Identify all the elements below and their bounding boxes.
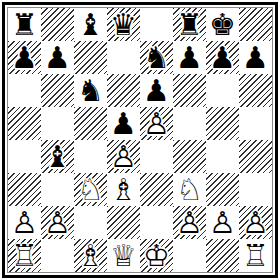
square-c2[interactable]: [74, 206, 107, 239]
black-pawn-icon: ♟: [107, 107, 140, 140]
white-pawn-d4: ♟♙: [107, 140, 140, 173]
white-pawn-icon: ♙: [8, 206, 41, 239]
white-bishop-c1: ♝♗: [74, 239, 107, 272]
chess-board: ♜♜♝♝♛♛♜♜♚♚♟♟♟♟♞♞♟♟♟♟♟♟♞♞♟♟♟♟♟♙♝♝♟♙♞♘♝♗♞♘…: [7, 7, 273, 273]
square-b2[interactable]: ♟♙: [41, 206, 74, 239]
square-a6[interactable]: [8, 74, 41, 107]
black-bishop-c8: ♝♝: [74, 8, 107, 41]
square-e5[interactable]: ♟♙: [140, 107, 173, 140]
black-pawn-b7: ♟♟: [41, 41, 74, 74]
square-d5[interactable]: ♟♟: [107, 107, 140, 140]
square-a5[interactable]: [8, 107, 41, 140]
square-f4[interactable]: [173, 140, 206, 173]
square-b5[interactable]: [41, 107, 74, 140]
black-pawn-icon: ♟: [8, 41, 41, 74]
square-g8[interactable]: ♚♚: [206, 8, 239, 41]
black-knight-e7: ♞♞: [140, 41, 173, 74]
square-e1[interactable]: ♚♔: [140, 239, 173, 272]
square-e3[interactable]: [140, 173, 173, 206]
square-f3[interactable]: ♞♘: [173, 173, 206, 206]
square-h6[interactable]: [239, 74, 272, 107]
black-pawn-g7: ♟♟: [206, 41, 239, 74]
square-g5[interactable]: [206, 107, 239, 140]
square-c1[interactable]: ♝♗: [74, 239, 107, 272]
black-king-g8: ♚♚: [206, 8, 239, 41]
square-a1[interactable]: ♜♖: [8, 239, 41, 272]
white-pawn-icon: ♙: [206, 206, 239, 239]
square-a8[interactable]: ♜♜: [8, 8, 41, 41]
black-bishop-icon: ♝: [41, 140, 74, 173]
square-d4[interactable]: ♟♙: [107, 140, 140, 173]
square-g7[interactable]: ♟♟: [206, 41, 239, 74]
square-a7[interactable]: ♟♟: [8, 41, 41, 74]
black-pawn-e6: ♟♟: [140, 74, 173, 107]
square-h7[interactable]: ♟♟: [239, 41, 272, 74]
white-king-e1: ♚♔: [140, 239, 173, 272]
square-d3[interactable]: ♝♗: [107, 173, 140, 206]
white-pawn-icon: ♙: [173, 206, 206, 239]
white-pawn-a2: ♟♙: [8, 206, 41, 239]
black-bishop-icon: ♝: [74, 8, 107, 41]
white-queen-d1: ♛♕: [107, 239, 140, 272]
black-pawn-a7: ♟♟: [8, 41, 41, 74]
square-c4[interactable]: [74, 140, 107, 173]
black-queen-icon: ♛: [107, 8, 140, 41]
black-pawn-f7: ♟♟: [173, 41, 206, 74]
white-knight-f3: ♞♘: [173, 173, 206, 206]
square-f6[interactable]: [173, 74, 206, 107]
square-b6[interactable]: [41, 74, 74, 107]
square-d7[interactable]: [107, 41, 140, 74]
square-c8[interactable]: ♝♝: [74, 8, 107, 41]
square-f7[interactable]: ♟♟: [173, 41, 206, 74]
square-c3[interactable]: ♞♘: [74, 173, 107, 206]
black-pawn-icon: ♟: [140, 74, 173, 107]
square-h2[interactable]: ♟♙: [239, 206, 272, 239]
white-bishop-d3: ♝♗: [107, 173, 140, 206]
white-queen-icon: ♕: [107, 239, 140, 272]
white-rook-h1: ♜♖: [239, 239, 272, 272]
square-h5[interactable]: [239, 107, 272, 140]
black-rook-a8: ♜♜: [8, 8, 41, 41]
black-rook-icon: ♜: [8, 8, 41, 41]
square-b8[interactable]: [41, 8, 74, 41]
black-queen-d8: ♛♛: [107, 8, 140, 41]
white-pawn-g2: ♟♙: [206, 206, 239, 239]
square-e8[interactable]: [140, 8, 173, 41]
black-rook-f8: ♜♜: [173, 8, 206, 41]
square-b1[interactable]: [41, 239, 74, 272]
square-h4[interactable]: [239, 140, 272, 173]
square-a4[interactable]: [8, 140, 41, 173]
white-pawn-icon: ♙: [107, 140, 140, 173]
square-g1[interactable]: [206, 239, 239, 272]
white-knight-c3: ♞♘: [74, 173, 107, 206]
black-pawn-d5: ♟♟: [107, 107, 140, 140]
black-pawn-icon: ♟: [41, 41, 74, 74]
square-d6[interactable]: [107, 74, 140, 107]
black-pawn-icon: ♟: [173, 41, 206, 74]
white-pawn-icon: ♙: [140, 107, 173, 140]
white-rook-icon: ♖: [239, 239, 272, 272]
square-f8[interactable]: ♜♜: [173, 8, 206, 41]
square-b7[interactable]: ♟♟: [41, 41, 74, 74]
square-e4[interactable]: [140, 140, 173, 173]
white-knight-icon: ♘: [173, 173, 206, 206]
white-pawn-icon: ♙: [41, 206, 74, 239]
white-knight-icon: ♘: [74, 173, 107, 206]
square-f2[interactable]: ♟♙: [173, 206, 206, 239]
white-pawn-h2: ♟♙: [239, 206, 272, 239]
white-bishop-icon: ♗: [107, 173, 140, 206]
square-e2[interactable]: [140, 206, 173, 239]
black-knight-c6: ♞♞: [74, 74, 107, 107]
square-f1[interactable]: [173, 239, 206, 272]
white-pawn-e5: ♟♙: [140, 107, 173, 140]
square-d8[interactable]: ♛♛: [107, 8, 140, 41]
white-bishop-icon: ♗: [74, 239, 107, 272]
square-d2[interactable]: [107, 206, 140, 239]
square-c6[interactable]: ♞♞: [74, 74, 107, 107]
square-d1[interactable]: ♛♕: [107, 239, 140, 272]
square-a3[interactable]: [8, 173, 41, 206]
black-rook-icon: ♜: [173, 8, 206, 41]
white-rook-a1: ♜♖: [8, 239, 41, 272]
square-h1[interactable]: ♜♖: [239, 239, 272, 272]
square-e7[interactable]: ♞♞: [140, 41, 173, 74]
black-king-icon: ♚: [206, 8, 239, 41]
square-a2[interactable]: ♟♙: [8, 206, 41, 239]
white-rook-icon: ♖: [8, 239, 41, 272]
white-king-icon: ♔: [140, 239, 173, 272]
black-knight-icon: ♞: [140, 41, 173, 74]
chess-diagram: ♜♜♝♝♛♛♜♜♚♚♟♟♟♟♞♞♟♟♟♟♟♟♞♞♟♟♟♟♟♙♝♝♟♙♞♘♝♗♞♘…: [0, 0, 280, 280]
square-g2[interactable]: ♟♙: [206, 206, 239, 239]
black-knight-icon: ♞: [74, 74, 107, 107]
square-g3[interactable]: [206, 173, 239, 206]
square-g4[interactable]: [206, 140, 239, 173]
black-pawn-icon: ♟: [206, 41, 239, 74]
black-pawn-h7: ♟♟: [239, 41, 272, 74]
square-c5[interactable]: [74, 107, 107, 140]
white-pawn-b2: ♟♙: [41, 206, 74, 239]
white-pawn-f2: ♟♙: [173, 206, 206, 239]
square-c7[interactable]: [74, 41, 107, 74]
square-e6[interactable]: ♟♟: [140, 74, 173, 107]
square-g6[interactable]: [206, 74, 239, 107]
square-f5[interactable]: [173, 107, 206, 140]
square-h3[interactable]: [239, 173, 272, 206]
black-pawn-icon: ♟: [239, 41, 272, 74]
square-h8[interactable]: [239, 8, 272, 41]
square-b3[interactable]: [41, 173, 74, 206]
white-pawn-icon: ♙: [239, 206, 272, 239]
square-b4[interactable]: ♝♝: [41, 140, 74, 173]
black-bishop-b4: ♝♝: [41, 140, 74, 173]
